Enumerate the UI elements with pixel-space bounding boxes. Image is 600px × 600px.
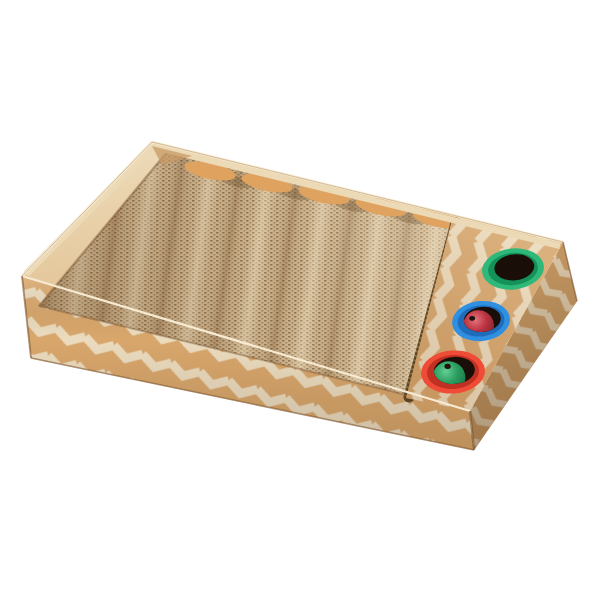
product-photo xyxy=(0,0,600,600)
cat-scratcher-illustration xyxy=(0,0,600,600)
